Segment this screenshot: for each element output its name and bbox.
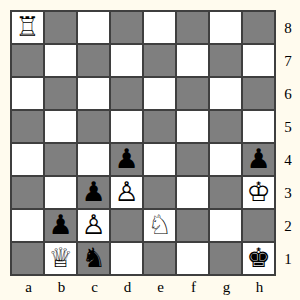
- square-a2[interactable]: [12, 210, 43, 241]
- square-e4[interactable]: [144, 144, 175, 175]
- square-h2[interactable]: [243, 210, 274, 241]
- square-a5[interactable]: [12, 111, 43, 142]
- square-d3[interactable]: ♙: [111, 177, 142, 208]
- square-e1[interactable]: [144, 243, 175, 274]
- square-c6[interactable]: [78, 78, 109, 109]
- square-b5[interactable]: [45, 111, 76, 142]
- file-label-e: e: [144, 277, 177, 298]
- square-g7[interactable]: [210, 45, 241, 76]
- square-c2[interactable]: ♙: [78, 210, 109, 241]
- file-label-g: g: [210, 277, 243, 298]
- square-f4[interactable]: [177, 144, 208, 175]
- square-h3[interactable]: ♔: [243, 177, 274, 208]
- file-label-h: h: [243, 277, 276, 298]
- square-a1[interactable]: [12, 243, 43, 274]
- black-king-icon[interactable]: ♚: [246, 243, 270, 273]
- square-a8[interactable]: ♖: [12, 12, 43, 43]
- square-c1[interactable]: ♞: [78, 243, 109, 274]
- square-d8[interactable]: [111, 12, 142, 43]
- square-d1[interactable]: [111, 243, 142, 274]
- rank-label-3: 3: [278, 177, 298, 210]
- black-pawn-icon[interactable]: ♟: [246, 144, 270, 174]
- square-f6[interactable]: [177, 78, 208, 109]
- square-b4[interactable]: [45, 144, 76, 175]
- rank-label-6: 6: [278, 78, 298, 111]
- square-f7[interactable]: [177, 45, 208, 76]
- black-pawn-icon[interactable]: ♟: [114, 144, 138, 174]
- square-b8[interactable]: [45, 12, 76, 43]
- square-h7[interactable]: [243, 45, 274, 76]
- square-b6[interactable]: [45, 78, 76, 109]
- square-e8[interactable]: [144, 12, 175, 43]
- square-a3[interactable]: [12, 177, 43, 208]
- square-f8[interactable]: [177, 12, 208, 43]
- square-d5[interactable]: [111, 111, 142, 142]
- chess-board: ♖♟♟♟♙♔♟♙♘♕♞♚: [10, 10, 276, 276]
- square-a7[interactable]: [12, 45, 43, 76]
- square-d6[interactable]: [111, 78, 142, 109]
- white-king-icon[interactable]: ♔: [246, 177, 270, 207]
- file-label-f: f: [177, 277, 210, 298]
- square-b7[interactable]: [45, 45, 76, 76]
- rank-label-7: 7: [278, 45, 298, 78]
- white-knight-icon[interactable]: ♘: [147, 210, 171, 240]
- file-labels: abcdefgh: [12, 277, 276, 298]
- square-b2[interactable]: ♟: [45, 210, 76, 241]
- square-g2[interactable]: [210, 210, 241, 241]
- square-g1[interactable]: [210, 243, 241, 274]
- square-c7[interactable]: [78, 45, 109, 76]
- square-f3[interactable]: [177, 177, 208, 208]
- square-c8[interactable]: [78, 12, 109, 43]
- square-h8[interactable]: [243, 12, 274, 43]
- square-g4[interactable]: [210, 144, 241, 175]
- square-f2[interactable]: [177, 210, 208, 241]
- rank-label-8: 8: [278, 12, 298, 45]
- rank-label-1: 1: [278, 243, 298, 276]
- white-rook-icon[interactable]: ♖: [15, 12, 39, 42]
- square-c5[interactable]: [78, 111, 109, 142]
- square-a4[interactable]: [12, 144, 43, 175]
- square-c4[interactable]: [78, 144, 109, 175]
- file-label-c: c: [78, 277, 111, 298]
- square-a6[interactable]: [12, 78, 43, 109]
- black-knight-icon[interactable]: ♞: [81, 243, 105, 273]
- file-label-d: d: [111, 277, 144, 298]
- rank-label-5: 5: [278, 111, 298, 144]
- square-h6[interactable]: [243, 78, 274, 109]
- black-pawn-icon[interactable]: ♟: [48, 210, 72, 240]
- square-e2[interactable]: ♘: [144, 210, 175, 241]
- square-d4[interactable]: ♟: [111, 144, 142, 175]
- white-pawn-icon[interactable]: ♙: [114, 177, 138, 207]
- square-e7[interactable]: [144, 45, 175, 76]
- rank-labels: 87654321: [278, 12, 298, 276]
- square-b1[interactable]: ♕: [45, 243, 76, 274]
- square-h1[interactable]: ♚: [243, 243, 274, 274]
- square-d2[interactable]: [111, 210, 142, 241]
- square-g6[interactable]: [210, 78, 241, 109]
- square-g5[interactable]: [210, 111, 241, 142]
- rank-label-4: 4: [278, 144, 298, 177]
- square-g8[interactable]: [210, 12, 241, 43]
- rank-label-2: 2: [278, 210, 298, 243]
- square-e3[interactable]: [144, 177, 175, 208]
- square-c3[interactable]: ♟: [78, 177, 109, 208]
- file-label-b: b: [45, 277, 78, 298]
- square-g3[interactable]: [210, 177, 241, 208]
- square-d7[interactable]: [111, 45, 142, 76]
- square-f5[interactable]: [177, 111, 208, 142]
- square-h4[interactable]: ♟: [243, 144, 274, 175]
- square-e5[interactable]: [144, 111, 175, 142]
- square-f1[interactable]: [177, 243, 208, 274]
- black-pawn-icon[interactable]: ♟: [81, 177, 105, 207]
- square-h5[interactable]: [243, 111, 274, 142]
- square-e6[interactable]: [144, 78, 175, 109]
- white-pawn-icon[interactable]: ♙: [81, 210, 105, 240]
- file-label-a: a: [12, 277, 45, 298]
- square-b3[interactable]: [45, 177, 76, 208]
- white-queen-icon[interactable]: ♕: [48, 243, 72, 273]
